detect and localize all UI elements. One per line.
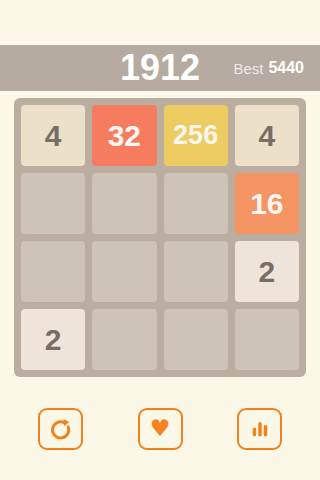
favorite-button[interactable]: ♥ <box>138 408 183 450</box>
game-screen: 1912 Best 5440 4 32 256 4 16 2 2 ♥ <box>0 0 320 480</box>
tile-r2c0 <box>21 241 85 302</box>
tile-r0c3: 4 <box>235 105 299 166</box>
tile-r2c3: 2 <box>235 241 299 302</box>
refresh-icon <box>47 416 74 443</box>
game-board[interactable]: 4 32 256 4 16 2 2 <box>14 98 306 377</box>
tile-r3c1 <box>92 309 156 370</box>
tile-r1c0 <box>21 173 85 234</box>
best-score-value: 5440 <box>268 59 304 77</box>
best-score: Best 5440 <box>233 45 304 91</box>
tile-r3c3 <box>235 309 299 370</box>
stats-button[interactable] <box>237 408 282 450</box>
restart-button[interactable] <box>38 408 83 450</box>
bar-chart-icon <box>247 416 273 442</box>
score-header: 1912 Best 5440 <box>0 45 320 91</box>
tile-r3c0: 2 <box>21 309 85 370</box>
tile-r2c1 <box>92 241 156 302</box>
tile-r0c1: 32 <box>92 105 156 166</box>
tile-r1c2 <box>164 173 228 234</box>
tile-r1c1 <box>92 173 156 234</box>
toolbar: ♥ <box>0 408 320 450</box>
tile-r3c2 <box>164 309 228 370</box>
tile-r0c2: 256 <box>164 105 228 166</box>
tile-r0c0: 4 <box>21 105 85 166</box>
tile-r1c3: 16 <box>235 173 299 234</box>
tile-r2c2 <box>164 241 228 302</box>
heart-icon: ♥ <box>150 417 171 440</box>
best-score-label: Best <box>233 60 263 77</box>
